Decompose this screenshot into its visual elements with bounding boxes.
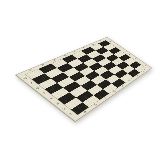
board-shadow-wrapper: abcdefgh abcdefgh 87654321 87654321 bbox=[0, 0, 160, 160]
board-grid bbox=[26, 40, 146, 114]
photo-background: abcdefgh abcdefgh 87654321 87654321 bbox=[0, 0, 160, 160]
chess-board: abcdefgh abcdefgh 87654321 87654321 bbox=[15, 37, 152, 122]
